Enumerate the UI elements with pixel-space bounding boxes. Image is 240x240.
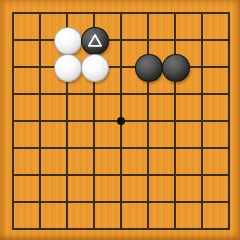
- grid-line-vertical: [228, 12, 230, 230]
- grid-line-horizontal: [12, 147, 230, 149]
- triangle-marker-icon: [86, 32, 103, 49]
- black-stone: [81, 27, 109, 55]
- grid-line-horizontal: [12, 174, 230, 176]
- black-stone: [162, 54, 190, 82]
- black-stone: [135, 54, 163, 82]
- grid-line-vertical: [174, 12, 176, 230]
- grid-line-horizontal: [12, 228, 230, 230]
- white-stone: [54, 27, 82, 55]
- white-stone: [54, 54, 82, 82]
- grid-line-horizontal: [12, 201, 230, 203]
- white-stone: [81, 54, 109, 82]
- go-board[interactable]: [0, 0, 240, 240]
- grid-line-vertical: [201, 12, 203, 230]
- grid-line-vertical: [147, 12, 149, 230]
- star-point: [117, 117, 125, 125]
